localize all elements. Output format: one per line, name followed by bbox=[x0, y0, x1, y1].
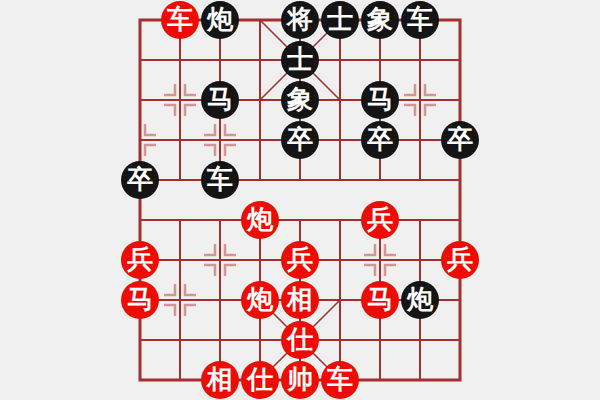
piece-black-horse[interactable]: 马 bbox=[201, 81, 239, 119]
piece-red-soldier[interactable]: 兵 bbox=[121, 241, 159, 279]
xiangqi-board: 车炮将士象车士马象马卒卒卒卒车炮兵兵兵兵马炮相马炮仕相仕帅车 bbox=[140, 20, 460, 380]
piece-red-soldier[interactable]: 兵 bbox=[441, 241, 479, 279]
piece-red-general[interactable]: 帅 bbox=[281, 361, 319, 399]
xiangqi-screenshot: 车炮将士象车士马象马卒卒卒卒车炮兵兵兵兵马炮相马炮仕相仕帅车 bbox=[0, 0, 600, 400]
piece-black-soldier[interactable]: 卒 bbox=[281, 121, 319, 159]
piece-black-chariot[interactable]: 车 bbox=[201, 161, 239, 199]
piece-black-soldier[interactable]: 卒 bbox=[121, 161, 159, 199]
piece-red-soldier[interactable]: 兵 bbox=[281, 241, 319, 279]
piece-red-soldier[interactable]: 兵 bbox=[361, 201, 399, 239]
piece-black-general[interactable]: 将 bbox=[281, 1, 319, 39]
piece-black-advisor[interactable]: 士 bbox=[281, 41, 319, 79]
piece-black-elephant[interactable]: 象 bbox=[281, 81, 319, 119]
piece-red-horse[interactable]: 马 bbox=[361, 281, 399, 319]
pieces-layer: 车炮将士象车士马象马卒卒卒卒车炮兵兵兵兵马炮相马炮仕相仕帅车 bbox=[140, 20, 460, 380]
piece-red-cannon[interactable]: 炮 bbox=[241, 201, 279, 239]
piece-black-cannon[interactable]: 炮 bbox=[201, 1, 239, 39]
piece-red-horse[interactable]: 马 bbox=[121, 281, 159, 319]
piece-red-cannon[interactable]: 炮 bbox=[241, 281, 279, 319]
piece-red-advisor[interactable]: 仕 bbox=[241, 361, 279, 399]
piece-black-chariot[interactable]: 车 bbox=[401, 1, 439, 39]
piece-black-cannon[interactable]: 炮 bbox=[401, 281, 439, 319]
piece-red-chariot[interactable]: 车 bbox=[321, 361, 359, 399]
piece-black-horse[interactable]: 马 bbox=[361, 81, 399, 119]
piece-black-soldier[interactable]: 卒 bbox=[361, 121, 399, 159]
piece-red-chariot[interactable]: 车 bbox=[161, 1, 199, 39]
piece-red-elephant[interactable]: 相 bbox=[201, 361, 239, 399]
piece-red-elephant[interactable]: 相 bbox=[281, 281, 319, 319]
piece-black-advisor[interactable]: 士 bbox=[321, 1, 359, 39]
piece-black-elephant[interactable]: 象 bbox=[361, 1, 399, 39]
piece-red-advisor[interactable]: 仕 bbox=[281, 321, 319, 359]
piece-black-soldier[interactable]: 卒 bbox=[441, 121, 479, 159]
